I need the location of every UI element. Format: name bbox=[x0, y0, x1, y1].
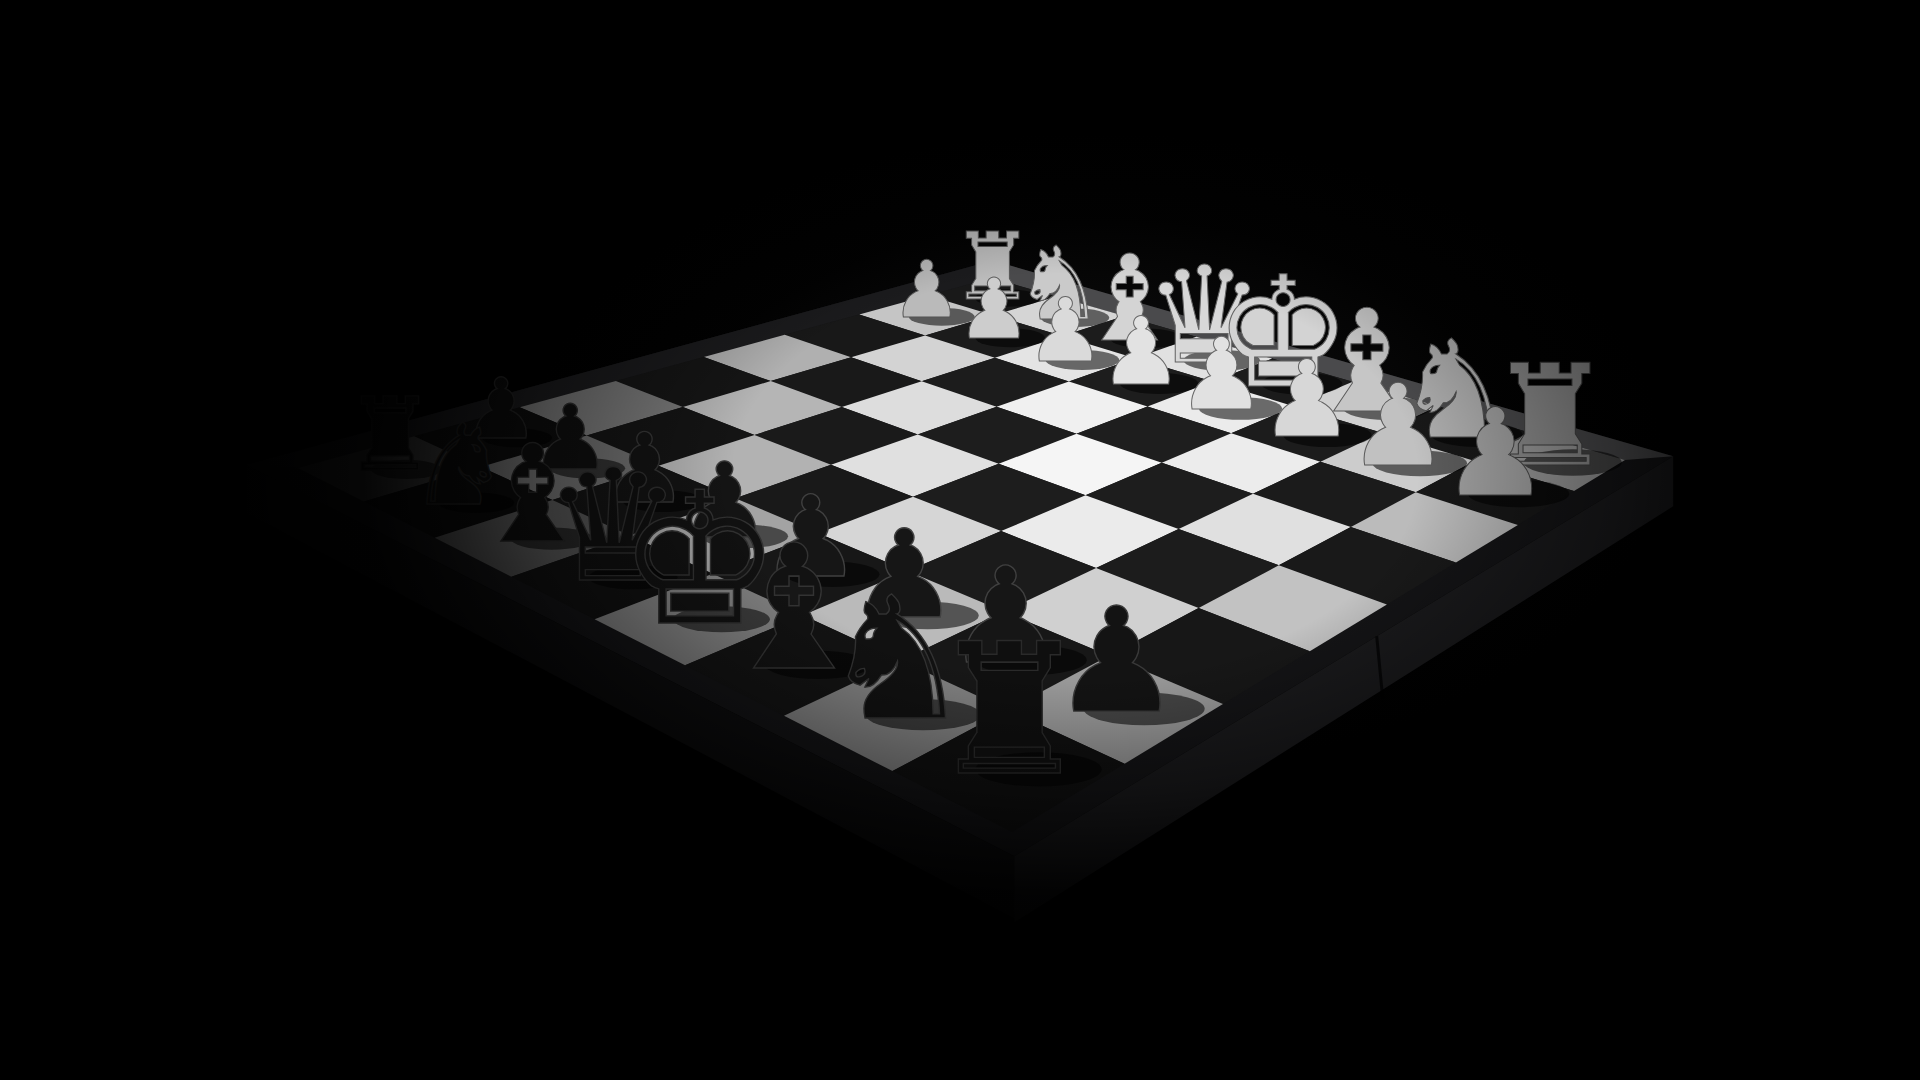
white-pawn-a2: ♟ bbox=[891, 244, 962, 336]
scene: ♜♟♞♟♝♟♛♟♚♝♟♞♟♟♜♟♟♜♟♟♞♟♝♟♛♟♚♟♝♟♞♜ bbox=[0, 0, 1920, 1080]
white-pawn-g2: ♟ bbox=[1347, 360, 1449, 492]
chess-board-render: ♜♟♞♟♝♟♛♟♚♝♟♞♟♟♜♟♟♜♟♟♞♟♝♟♛♟♚♟♝♟♞♜ bbox=[0, 0, 1920, 1080]
white-pawn-c2: ♟ bbox=[1026, 279, 1105, 382]
white-pawn-h2: ♟ bbox=[1441, 382, 1550, 524]
white-pawn-d2: ♟ bbox=[1099, 297, 1183, 406]
white-pawn-e2: ♟ bbox=[1177, 316, 1266, 433]
white-pawn-b2: ♟ bbox=[957, 260, 1032, 358]
white-pawn-f2: ♟ bbox=[1259, 337, 1354, 461]
black-rook-h8: ♜ bbox=[928, 605, 1091, 816]
